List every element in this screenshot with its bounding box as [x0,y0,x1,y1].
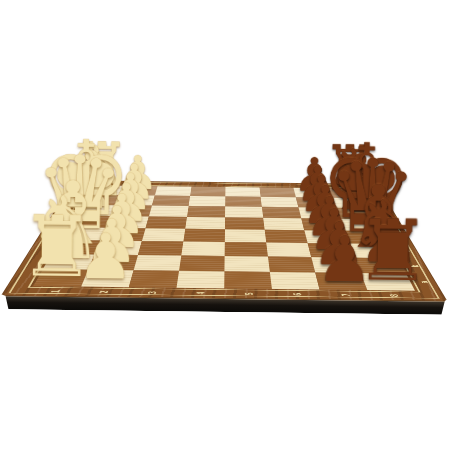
square-g3[interactable] [152,196,190,206]
square-c4[interactable] [181,242,224,257]
square-e4[interactable] [185,217,225,229]
square-g5[interactable] [225,196,262,207]
file-label-f: f [366,211,406,216]
square-f6[interactable] [262,207,301,218]
rank-label-5: 5 [239,285,258,304]
file-label-e: e [371,223,412,228]
square-c3[interactable] [138,241,183,256]
square-c6[interactable] [266,243,311,258]
square-d6[interactable] [265,230,308,243]
chess-board: ♜♟♟♜♞♟♟♞♝♟♟♝♚♟♟♚♛♟♟♛♝♟♟♝♞♟♟♞♜♟♟♜ 1234567… [2,180,446,300]
square-b4[interactable] [179,256,225,272]
square-d4[interactable] [183,229,225,242]
chessboard-photo: ♜♟♟♜♞♟♟♞♝♟♟♝♚♟♟♚♛♟♟♛♝♟♟♝♞♟♟♞♜♟♟♜ 1234567… [0,0,450,450]
square-f4[interactable] [187,206,225,217]
white-rook[interactable]: ♜ [18,204,95,289]
square-c5[interactable] [225,242,268,257]
square-g6[interactable] [261,197,299,208]
board-squares: ♜♟♟♜♞♟♟♞♝♟♟♝♚♟♟♚♛♟♟♛♝♟♟♝♞♟♟♞♜♟♟♜ [33,185,414,290]
square-h4[interactable] [190,187,225,197]
board-tilt-wrapper: ♜♟♟♜♞♟♟♞♝♟♟♝♚♟♟♚♛♟♟♛♝♟♟♝♞♟♟♞♜♟♟♜ 1234567… [0,0,450,450]
file-label-d: d [378,235,421,241]
square-e5[interactable] [225,217,265,229]
square-f3[interactable] [149,206,189,217]
rank-label-6: 6 [286,285,307,304]
square-e3[interactable] [146,216,187,228]
square-h3[interactable] [155,186,192,196]
file-label-a: a [399,279,449,286]
rank-label-4: 4 [190,284,209,302]
square-d3[interactable] [142,228,185,241]
file-label-h: h [356,191,393,195]
square-d5[interactable] [225,229,266,242]
square-b6[interactable] [268,257,315,273]
square-b5[interactable] [224,256,269,272]
file-label-c: c [384,248,429,254]
square-b3[interactable] [134,255,182,271]
square-f5[interactable] [225,206,263,217]
square-g4[interactable] [189,196,226,207]
rank-label-3: 3 [140,284,162,302]
square-h6[interactable] [259,187,295,197]
square-h5[interactable] [225,187,260,197]
file-label-g: g [361,201,399,205]
file-label-b: b [391,263,439,270]
square-e6[interactable] [263,218,304,230]
